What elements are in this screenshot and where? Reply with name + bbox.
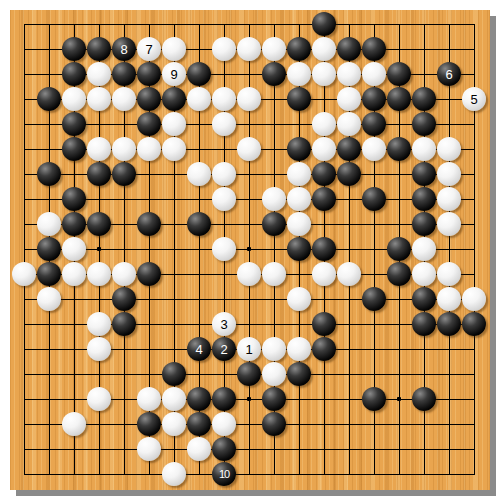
stone-black: [187, 62, 211, 86]
stone-black: [362, 187, 386, 211]
stone-white: [237, 262, 261, 286]
stone-black: [287, 137, 311, 161]
stone-white: [437, 287, 461, 311]
stone-black: [412, 112, 436, 136]
stone-black-move-4: 4: [187, 337, 211, 361]
stone-white: [287, 287, 311, 311]
stone-white: [287, 212, 311, 236]
stone-black: [137, 87, 161, 111]
stone-white: [437, 137, 461, 161]
stone-black: [362, 87, 386, 111]
stone-black: [312, 337, 336, 361]
stone-white: [87, 87, 111, 111]
stone-white: [312, 137, 336, 161]
stone-white: [362, 62, 386, 86]
stone-white: [337, 112, 361, 136]
grid-line-horizontal: [24, 299, 475, 300]
stone-black: [262, 387, 286, 411]
stone-white: [212, 162, 236, 186]
stone-white: [137, 387, 161, 411]
stone-white: [187, 437, 211, 461]
stone-white: [162, 137, 186, 161]
stone-black: [387, 137, 411, 161]
stone-white-move-5: 5: [462, 87, 486, 111]
stone-black-move-6: 6: [437, 62, 461, 86]
star-point: [247, 397, 251, 401]
stone-white: [162, 112, 186, 136]
stone-black: [112, 162, 136, 186]
stone-black: [87, 162, 111, 186]
grid-line-horizontal: [24, 474, 475, 475]
stone-white: [112, 262, 136, 286]
stone-black: [212, 437, 236, 461]
stone-black-move-2: 2: [212, 337, 236, 361]
stone-white: [87, 337, 111, 361]
stone-black: [262, 212, 286, 236]
stone-white: [262, 37, 286, 61]
stone-black: [137, 262, 161, 286]
stone-white: [287, 62, 311, 86]
stone-black: [287, 362, 311, 386]
stone-black: [137, 412, 161, 436]
stone-black: [462, 312, 486, 336]
stone-black: [437, 312, 461, 336]
stone-black: [337, 162, 361, 186]
stone-white: [337, 62, 361, 86]
stone-black: [62, 62, 86, 86]
stone-black: [62, 112, 86, 136]
stone-black: [37, 87, 61, 111]
stone-black: [162, 362, 186, 386]
stone-black: [312, 187, 336, 211]
stone-white: [87, 62, 111, 86]
stone-white: [187, 87, 211, 111]
stone-white: [37, 212, 61, 236]
stone-black: [312, 12, 336, 36]
stone-black: [412, 87, 436, 111]
stone-white: [262, 262, 286, 286]
go-board[interactable]: 87965342110: [10, 10, 490, 490]
stone-white: [162, 387, 186, 411]
stone-white: [237, 137, 261, 161]
stone-white: [437, 262, 461, 286]
stone-white: [62, 87, 86, 111]
stone-white: [112, 137, 136, 161]
stone-white: [437, 212, 461, 236]
stone-white: [137, 437, 161, 461]
stone-white: [212, 187, 236, 211]
stone-white: [312, 62, 336, 86]
stone-white: [412, 262, 436, 286]
stone-black: [387, 62, 411, 86]
stone-black: [237, 362, 261, 386]
stone-black: [262, 62, 286, 86]
stone-black: [362, 112, 386, 136]
stone-black: [62, 37, 86, 61]
star-point: [397, 397, 401, 401]
stone-black: [362, 287, 386, 311]
stone-white: [137, 137, 161, 161]
stone-white: [287, 187, 311, 211]
stone-white: [87, 137, 111, 161]
stone-white: [62, 237, 86, 261]
stone-white: [362, 137, 386, 161]
stone-black: [187, 212, 211, 236]
stone-black: [87, 212, 111, 236]
stone-white: [87, 262, 111, 286]
stone-white: [287, 162, 311, 186]
stone-white: [412, 137, 436, 161]
stone-black: [312, 237, 336, 261]
stone-white: [162, 412, 186, 436]
stone-black: [312, 312, 336, 336]
stone-black: [387, 237, 411, 261]
stone-black: [312, 162, 336, 186]
stone-white: [437, 187, 461, 211]
stone-white-move-7: 7: [137, 37, 161, 61]
stone-black: [412, 187, 436, 211]
stone-black: [162, 87, 186, 111]
stone-black: [287, 37, 311, 61]
stone-white: [87, 312, 111, 336]
stone-black: [137, 212, 161, 236]
grid-line-vertical: [449, 24, 450, 475]
stone-black: [362, 387, 386, 411]
stone-black-move-10: 10: [212, 462, 236, 486]
stone-white: [37, 287, 61, 311]
stone-white: [337, 87, 361, 111]
stone-black: [137, 112, 161, 136]
stone-black: [137, 62, 161, 86]
stone-black: [412, 387, 436, 411]
stone-white-move-1: 1: [237, 337, 261, 361]
stone-black: [362, 37, 386, 61]
stone-white: [212, 237, 236, 261]
star-point: [97, 247, 101, 251]
stone-white: [237, 37, 261, 61]
stone-black: [37, 162, 61, 186]
stone-white: [12, 262, 36, 286]
stone-white: [412, 237, 436, 261]
stone-black: [387, 262, 411, 286]
stone-black: [62, 212, 86, 236]
stone-white: [262, 187, 286, 211]
stone-white: [187, 162, 211, 186]
stone-black: [62, 187, 86, 211]
stone-black: [187, 412, 211, 436]
stone-white: [262, 337, 286, 361]
stone-white: [312, 112, 336, 136]
stone-black-move-8: 8: [112, 37, 136, 61]
stone-white-move-3: 3: [212, 312, 236, 336]
stone-black: [412, 162, 436, 186]
stone-white: [212, 412, 236, 436]
stone-white: [87, 387, 111, 411]
stone-black: [37, 237, 61, 261]
grid-line-horizontal: [24, 449, 475, 450]
stone-white: [237, 87, 261, 111]
stone-black: [262, 412, 286, 436]
stone-white: [312, 262, 336, 286]
stone-black: [287, 87, 311, 111]
stone-white: [437, 162, 461, 186]
stone-white: [62, 262, 86, 286]
stone-white: [262, 362, 286, 386]
stone-black: [387, 87, 411, 111]
stone-black: [87, 37, 111, 61]
stone-white: [212, 87, 236, 111]
stone-black: [112, 287, 136, 311]
stone-black: [62, 137, 86, 161]
page: { "game": "go", "board": { "size": 19, "…: [0, 0, 500, 500]
stone-white: [212, 37, 236, 61]
star-point: [247, 247, 251, 251]
stone-black: [187, 387, 211, 411]
stone-black: [212, 387, 236, 411]
stone-black: [337, 137, 361, 161]
stone-black: [412, 287, 436, 311]
stone-black: [112, 312, 136, 336]
stone-black: [37, 262, 61, 286]
stone-white: [112, 87, 136, 111]
stone-white: [287, 337, 311, 361]
stone-white: [462, 287, 486, 311]
stone-white: [162, 37, 186, 61]
stone-white: [337, 262, 361, 286]
stone-black: [112, 62, 136, 86]
stone-white: [212, 112, 236, 136]
stone-black: [412, 212, 436, 236]
grid-line-horizontal: [24, 424, 475, 425]
stone-white: [62, 412, 86, 436]
stone-black: [337, 37, 361, 61]
stone-black: [287, 237, 311, 261]
stone-black: [412, 312, 436, 336]
stone-white: [162, 462, 186, 486]
stone-white: [312, 37, 336, 61]
stone-white-move-9: 9: [162, 62, 186, 86]
